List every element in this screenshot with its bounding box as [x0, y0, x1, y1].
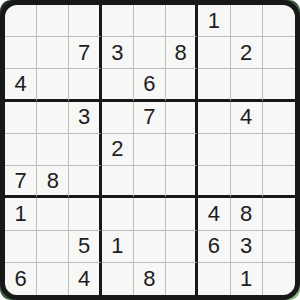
cell-r2c3[interactable]: 7: [69, 37, 101, 69]
cell-r6c7[interactable]: [198, 166, 230, 198]
cell-r5c9[interactable]: [263, 134, 295, 166]
cell-r4c8[interactable]: 4: [231, 102, 263, 134]
cell-r5c3[interactable]: [69, 134, 101, 166]
cell-r2c2[interactable]: [37, 37, 69, 69]
cell-r4c4[interactable]: [102, 102, 134, 134]
given-digit: 6: [208, 235, 220, 257]
cell-r5c6[interactable]: [166, 134, 198, 166]
cell-r8c4[interactable]: 1: [102, 231, 134, 263]
cell-r1c4[interactable]: [102, 5, 134, 37]
cell-r9c1[interactable]: 6: [5, 263, 37, 295]
given-digit: 8: [240, 203, 252, 225]
cell-r2c5[interactable]: [134, 37, 166, 69]
cell-r2c7[interactable]: [198, 37, 230, 69]
given-digit: 4: [208, 203, 220, 225]
cell-r9c8[interactable]: 1: [231, 263, 263, 295]
cell-r7c2[interactable]: [37, 198, 69, 230]
given-digit: 6: [143, 73, 155, 95]
cell-r8c3[interactable]: 5: [69, 231, 101, 263]
cell-r4c5[interactable]: 7: [134, 102, 166, 134]
cell-r1c2[interactable]: [37, 5, 69, 37]
given-digit: 7: [143, 106, 155, 128]
cell-r9c5[interactable]: 8: [134, 263, 166, 295]
cell-r3c4[interactable]: [102, 69, 134, 101]
cell-r7c7[interactable]: 4: [198, 198, 230, 230]
cell-r5c8[interactable]: [231, 134, 263, 166]
cell-r7c8[interactable]: 8: [231, 198, 263, 230]
cell-r4c3[interactable]: 3: [69, 102, 101, 134]
cell-r4c7[interactable]: [198, 102, 230, 134]
cell-r5c4[interactable]: 2: [102, 134, 134, 166]
cell-r4c1[interactable]: [5, 102, 37, 134]
cell-r3c1[interactable]: 4: [5, 69, 37, 101]
cell-r8c5[interactable]: [134, 231, 166, 263]
cell-r6c5[interactable]: [134, 166, 166, 198]
cell-r8c8[interactable]: 3: [231, 231, 263, 263]
cell-r9c4[interactable]: [102, 263, 134, 295]
cell-r1c7[interactable]: 1: [198, 5, 230, 37]
cell-r7c4[interactable]: [102, 198, 134, 230]
cell-r6c8[interactable]: [231, 166, 263, 198]
given-digit: 6: [14, 268, 26, 290]
cell-r8c6[interactable]: [166, 231, 198, 263]
cell-r6c9[interactable]: [263, 166, 295, 198]
given-digit: 3: [111, 42, 123, 64]
cell-r2c8[interactable]: 2: [231, 37, 263, 69]
cell-r1c9[interactable]: [263, 5, 295, 37]
cell-r4c2[interactable]: [37, 102, 69, 134]
cell-r2c9[interactable]: [263, 37, 295, 69]
given-digit: 4: [78, 268, 90, 290]
given-digit: 3: [240, 235, 252, 257]
cell-r1c1[interactable]: [5, 5, 37, 37]
given-digit: 8: [47, 170, 59, 192]
cell-r1c6[interactable]: [166, 5, 198, 37]
given-digit: 1: [240, 268, 252, 290]
cell-r1c5[interactable]: [134, 5, 166, 37]
cell-r5c5[interactable]: [134, 134, 166, 166]
given-digit: 1: [208, 10, 220, 32]
cell-r6c2[interactable]: 8: [37, 166, 69, 198]
cell-r1c8[interactable]: [231, 5, 263, 37]
cell-r8c1[interactable]: [5, 231, 37, 263]
given-digit: 2: [240, 42, 252, 64]
cell-r4c9[interactable]: [263, 102, 295, 134]
cell-r6c4[interactable]: [102, 166, 134, 198]
cell-r5c7[interactable]: [198, 134, 230, 166]
given-digit: 8: [175, 42, 187, 64]
given-digit: 4: [14, 73, 26, 95]
cell-r5c2[interactable]: [37, 134, 69, 166]
given-digit: 4: [240, 106, 252, 128]
cell-r5c1[interactable]: [5, 134, 37, 166]
cell-r9c3[interactable]: 4: [69, 263, 101, 295]
cell-r7c5[interactable]: [134, 198, 166, 230]
sudoku-board: 173824637427814851636481: [0, 0, 300, 300]
cell-r4c6[interactable]: [166, 102, 198, 134]
cell-r3c9[interactable]: [263, 69, 295, 101]
cell-r2c1[interactable]: [5, 37, 37, 69]
cell-r6c3[interactable]: [69, 166, 101, 198]
given-digit: 1: [111, 235, 123, 257]
cell-r7c6[interactable]: [166, 198, 198, 230]
given-digit: 1: [14, 203, 26, 225]
given-digit: 2: [111, 138, 123, 160]
cell-r6c1[interactable]: 7: [5, 166, 37, 198]
cell-r3c7[interactable]: [198, 69, 230, 101]
cell-r8c7[interactable]: 6: [198, 231, 230, 263]
cell-r7c9[interactable]: [263, 198, 295, 230]
cell-r2c6[interactable]: 8: [166, 37, 198, 69]
cell-r3c8[interactable]: [231, 69, 263, 101]
cell-r3c5[interactable]: 6: [134, 69, 166, 101]
cell-r8c9[interactable]: [263, 231, 295, 263]
cell-r9c6[interactable]: [166, 263, 198, 295]
cell-r2c4[interactable]: 3: [102, 37, 134, 69]
cell-r7c1[interactable]: 1: [5, 198, 37, 230]
sudoku-app-icon: 173824637427814851636481: [0, 0, 300, 300]
cell-r9c9[interactable]: [263, 263, 295, 295]
cell-r6c6[interactable]: [166, 166, 198, 198]
cell-r7c3[interactable]: [69, 198, 101, 230]
cell-r9c7[interactable]: [198, 263, 230, 295]
cell-r3c3[interactable]: [69, 69, 101, 101]
cell-r8c2[interactable]: [37, 231, 69, 263]
given-digit: 7: [14, 170, 26, 192]
cell-r9c2[interactable]: [37, 263, 69, 295]
given-digit: 3: [78, 106, 90, 128]
given-digit: 8: [143, 268, 155, 290]
given-digit: 5: [78, 235, 90, 257]
given-digit: 7: [78, 42, 90, 64]
cell-r3c2[interactable]: [37, 69, 69, 101]
cell-r1c3[interactable]: [69, 5, 101, 37]
cell-r3c6[interactable]: [166, 69, 198, 101]
